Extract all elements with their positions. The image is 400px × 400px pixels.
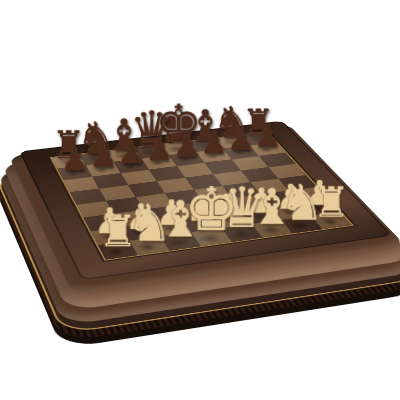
chess-render: ♜♞♝♛♚♝♞♜♟♟♟♟♟♟♟♟♟♟♟♟♟♟♟♟♜♞♝♚♛♝♞♜: [0, 0, 400, 400]
scene: ♜♞♝♛♚♝♞♜♟♟♟♟♟♟♟♟♟♟♟♟♟♟♟♟♜♞♝♚♛♝♞♜: [0, 0, 400, 400]
